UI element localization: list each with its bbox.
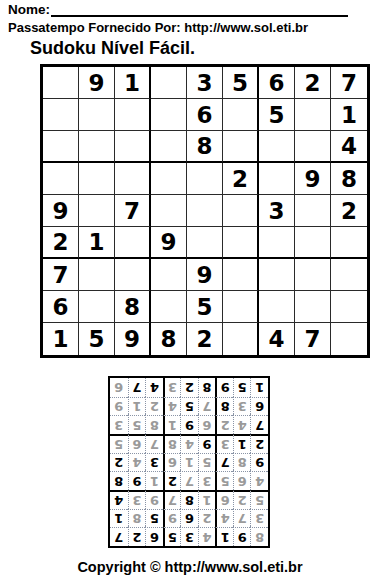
solution-cell-r7c8: 5: [128, 415, 146, 434]
solution-cell-r8c6: 4: [163, 397, 181, 416]
puzzle-cell-r4c1[interactable]: [43, 163, 79, 195]
puzzle-cell-r6c5[interactable]: [187, 227, 223, 259]
solution-cell-r8c5: 5: [180, 397, 198, 416]
solution-cell-r1c4: 4: [198, 527, 216, 546]
puzzle-cell-r3c6[interactable]: [223, 131, 259, 163]
solution-cell-r9c2: 5: [233, 378, 251, 397]
puzzle-cell-r8c1: 6: [43, 291, 79, 323]
puzzle-cell-r4c7[interactable]: [259, 163, 295, 195]
puzzle-cell-r4c9: 8: [331, 163, 367, 195]
puzzle-cell-r2c9: 1: [331, 99, 367, 131]
solution-cell-r9c5: 2: [180, 378, 198, 397]
puzzle-cell-r8c6[interactable]: [223, 291, 259, 323]
puzzle-cell-r8c3: 8: [115, 291, 151, 323]
solution-cell-r8c7: 2: [145, 397, 163, 416]
puzzle-cell-r9c1: 1: [43, 323, 79, 355]
solution-cell-r7c2: 4: [233, 415, 251, 434]
solution-cell-r4c9: 8: [110, 471, 128, 490]
puzzle-cell-r6c7[interactable]: [259, 227, 295, 259]
solution-cell-r2c2: 7: [233, 509, 251, 528]
solution-cell-r5c2: 8: [233, 453, 251, 472]
solution-cell-r4c8: 9: [128, 471, 146, 490]
solution-cell-r3c2: 2: [233, 490, 251, 509]
puzzle-cell-r8c5: 5: [187, 291, 223, 323]
solution-cell-r8c1: 6: [250, 397, 268, 416]
puzzle-cell-r2c6[interactable]: [223, 99, 259, 131]
solution-cell-r9c4: 8: [198, 378, 216, 397]
solution-cell-r7c1: 7: [250, 415, 268, 434]
solution-cell-r1c5: 3: [180, 527, 198, 546]
puzzle-cell-r8c7[interactable]: [259, 291, 295, 323]
puzzle-cell-r3c3[interactable]: [115, 131, 151, 163]
puzzle-cell-r6c2: 1: [79, 227, 115, 259]
solution-cell-r6c6: 8: [163, 434, 181, 453]
solution-cell-r2c6: 9: [163, 509, 181, 528]
puzzle-cell-r7c5: 9: [187, 259, 223, 291]
solution-cell-r5c5: 1: [180, 453, 198, 472]
puzzle-cell-r2c3[interactable]: [115, 99, 151, 131]
puzzle-cell-r1c2: 9: [79, 67, 115, 99]
solution-cell-r7c3: 2: [215, 415, 233, 434]
sudoku-solution-grid-upside-down: 8914356273742695815261879344653721989875…: [108, 376, 270, 548]
solution-cell-r1c3: 1: [215, 527, 233, 546]
solution-cell-r8c8: 1: [128, 397, 146, 416]
solution-cell-r6c4: 9: [198, 434, 216, 453]
puzzle-cell-r1c7: 6: [259, 67, 295, 99]
name-fill-in-line[interactable]: [51, 2, 348, 17]
solution-cell-r6c3: 3: [215, 434, 233, 453]
solution-cell-r5c9: 2: [110, 453, 128, 472]
solution-cell-r1c7: 6: [145, 527, 163, 546]
solution-cell-r4c6: 2: [163, 471, 181, 490]
solution-cell-r4c1: 4: [250, 471, 268, 490]
solution-cell-r6c5: 4: [180, 434, 198, 453]
solution-cell-r9c7: 4: [145, 378, 163, 397]
solution-cell-r4c4: 3: [198, 471, 216, 490]
solution-cell-r1c6: 5: [163, 527, 181, 546]
solution-cell-r8c4: 7: [198, 397, 216, 416]
solution-cell-r6c8: 6: [128, 434, 146, 453]
puzzle-cell-r7c6[interactable]: [223, 259, 259, 291]
puzzle-cell-r6c8[interactable]: [295, 227, 331, 259]
solution-cell-r6c7: 7: [145, 434, 163, 453]
puzzle-cell-r1c6: 5: [223, 67, 259, 99]
solution-cell-r3c4: 1: [198, 490, 216, 509]
puzzle-cell-r5c7: 3: [259, 195, 295, 227]
solution-cell-r9c6: 3: [163, 378, 181, 397]
puzzle-cell-r8c9[interactable]: [331, 291, 367, 323]
puzzle-cell-r3c8[interactable]: [295, 131, 331, 163]
puzzle-cell-r7c7[interactable]: [259, 259, 295, 291]
page-title: Sudoku Nível Fácil.: [30, 38, 195, 59]
solution-cell-r1c9: 7: [110, 527, 128, 546]
puzzle-cell-r6c9[interactable]: [331, 227, 367, 259]
solution-cell-r5c1: 9: [250, 453, 268, 472]
puzzle-cell-r5c6[interactable]: [223, 195, 259, 227]
solution-cell-r4c3: 5: [215, 471, 233, 490]
puzzle-cell-r1c4[interactable]: [151, 67, 187, 99]
puzzle-cell-r5c3: 7: [115, 195, 151, 227]
solution-cell-r2c1: 3: [250, 509, 268, 528]
puzzle-cell-r7c1: 7: [43, 259, 79, 291]
solution-cell-r3c1: 5: [250, 490, 268, 509]
solution-cell-r3c9: 4: [110, 490, 128, 509]
puzzle-cell-r9c6[interactable]: [223, 323, 259, 355]
solution-cell-r7c9: 3: [110, 415, 128, 434]
solution-cell-r2c5: 6: [180, 509, 198, 528]
solution-cell-r6c9: 5: [110, 434, 128, 453]
solution-cell-r1c2: 9: [233, 527, 251, 546]
puzzle-cell-r4c4[interactable]: [151, 163, 187, 195]
worksheet-page: Nome: Passatempo Fornecido Por: http://w…: [0, 0, 380, 585]
solution-cell-r5c3: 7: [215, 453, 233, 472]
puzzle-cell-r2c4[interactable]: [151, 99, 187, 131]
solution-cell-r3c5: 8: [180, 490, 198, 509]
solution-cell-r4c7: 1: [145, 471, 163, 490]
solution-cell-r6c2: 1: [233, 434, 251, 453]
puzzle-cell-r9c3: 9: [115, 323, 151, 355]
puzzle-cell-r9c8: 7: [295, 323, 331, 355]
puzzle-cell-r8c2[interactable]: [79, 291, 115, 323]
solution-cell-r5c8: 4: [128, 453, 146, 472]
puzzle-cell-r9c9[interactable]: [331, 323, 367, 355]
puzzle-cell-r6c6[interactable]: [223, 227, 259, 259]
puzzle-cell-r9c7: 4: [259, 323, 295, 355]
puzzle-cell-r5c9: 2: [331, 195, 367, 227]
puzzle-cell-r5c1: 9: [43, 195, 79, 227]
puzzle-cell-r9c5: 2: [187, 323, 223, 355]
puzzle-cell-r5c8[interactable]: [295, 195, 331, 227]
solution-cell-r7c7: 8: [145, 415, 163, 434]
solution-cell-r7c4: 6: [198, 415, 216, 434]
solution-cell-r9c9: 6: [110, 378, 128, 397]
solution-cell-r2c4: 2: [198, 509, 216, 528]
solution-cell-r1c1: 8: [250, 527, 268, 546]
solution-cell-r1c8: 2: [128, 527, 146, 546]
puzzle-cell-r1c8: 2: [295, 67, 331, 99]
name-field-row: Nome:: [8, 2, 348, 17]
solution-cell-r5c4: 5: [198, 453, 216, 472]
puzzle-cell-r7c4[interactable]: [151, 259, 187, 291]
puzzle-cell-r4c6: 2: [223, 163, 259, 195]
puzzle-cell-r4c2[interactable]: [79, 163, 115, 195]
puzzle-cell-r7c3[interactable]: [115, 259, 151, 291]
puzzle-cell-r8c4[interactable]: [151, 291, 187, 323]
solution-cell-r7c5: 9: [180, 415, 198, 434]
solution-cell-r5c7: 3: [145, 453, 163, 472]
puzzle-cell-r2c1[interactable]: [43, 99, 79, 131]
solution-cell-r8c9: 9: [110, 397, 128, 416]
copyright-text: Copyright © http://www.sol.eti.br: [0, 559, 380, 575]
puzzle-cell-r1c1[interactable]: [43, 67, 79, 99]
solution-cell-r5c6: 6: [163, 453, 181, 472]
puzzle-cell-r3c4[interactable]: [151, 131, 187, 163]
puzzle-cell-r1c5: 3: [187, 67, 223, 99]
puzzle-cell-r2c2[interactable]: [79, 99, 115, 131]
solution-cell-r3c7: 9: [145, 490, 163, 509]
puzzle-cell-r6c1: 2: [43, 227, 79, 259]
puzzle-cell-r3c2[interactable]: [79, 131, 115, 163]
puzzle-cell-r8c8[interactable]: [295, 291, 331, 323]
solution-cell-r2c8: 8: [128, 509, 146, 528]
puzzle-cell-r1c9: 7: [331, 67, 367, 99]
puzzle-cell-r6c3[interactable]: [115, 227, 151, 259]
puzzle-cell-r6c4: 9: [151, 227, 187, 259]
name-label: Nome:: [8, 2, 50, 17]
solution-cell-r9c1: 1: [250, 378, 268, 397]
puzzle-cell-r7c8[interactable]: [295, 259, 331, 291]
solution-cell-r2c7: 5: [145, 509, 163, 528]
solution-cell-r8c2: 3: [233, 397, 251, 416]
puzzle-cell-r3c9: 4: [331, 131, 367, 163]
puzzle-cell-r2c8[interactable]: [295, 99, 331, 131]
puzzle-cell-r2c7: 5: [259, 99, 295, 131]
puzzle-cell-r2c5: 6: [187, 99, 223, 131]
puzzle-cell-r3c1[interactable]: [43, 131, 79, 163]
solution-cell-r7c6: 1: [163, 415, 181, 434]
puzzle-cell-r4c3[interactable]: [115, 163, 151, 195]
puzzle-cell-r1c3: 1: [115, 67, 151, 99]
solution-cell-r6c1: 2: [250, 434, 268, 453]
puzzle-cell-r9c4: 8: [151, 323, 187, 355]
puzzle-cell-r7c2[interactable]: [79, 259, 115, 291]
puzzle-cell-r3c5: 8: [187, 131, 223, 163]
puzzle-cell-r4c5[interactable]: [187, 163, 223, 195]
solution-cell-r8c3: 8: [215, 397, 233, 416]
puzzle-cell-r5c2[interactable]: [79, 195, 115, 227]
puzzle-cell-r5c4[interactable]: [151, 195, 187, 227]
solution-cell-r2c3: 4: [215, 509, 233, 528]
solution-cell-r4c5: 7: [180, 471, 198, 490]
solution-cell-r3c3: 6: [215, 490, 233, 509]
puzzle-cell-r7c9[interactable]: [331, 259, 367, 291]
solution-cell-r9c8: 7: [128, 378, 146, 397]
puzzle-cell-r5c5[interactable]: [187, 195, 223, 227]
solution-cell-r3c8: 3: [128, 490, 146, 509]
solution-cell-r3c6: 7: [163, 490, 181, 509]
puzzle-cell-r3c7[interactable]: [259, 131, 295, 163]
puzzle-cell-r9c2: 5: [79, 323, 115, 355]
solution-cell-r2c9: 1: [110, 509, 128, 528]
sudoku-puzzle-grid: 9135627651842989732219796851598247: [40, 64, 370, 358]
solution-cell-r4c2: 6: [233, 471, 251, 490]
provided-by-text: Passatempo Fornecido Por: http://www.sol…: [8, 20, 308, 35]
puzzle-cell-r4c8: 9: [295, 163, 331, 195]
solution-cell-r9c3: 9: [215, 378, 233, 397]
